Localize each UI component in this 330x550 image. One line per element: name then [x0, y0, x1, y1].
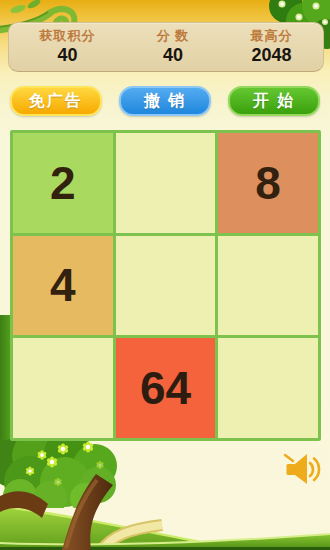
score-best-label: 最高分	[250, 28, 292, 44]
speaker-icon	[282, 450, 322, 488]
score-current-value: 40	[163, 44, 183, 67]
board-cell-r1c2	[218, 236, 318, 336]
start-button[interactable]: 开 始	[228, 86, 320, 116]
score-earned-label: 获取积分	[40, 28, 96, 44]
score-best: 最高分 2048	[250, 28, 292, 67]
hills-decoration	[0, 430, 330, 550]
score-current-label: 分 数	[157, 28, 190, 44]
toolbar: 免广告 撤 销 开 始	[0, 86, 330, 116]
tree-trunk-decoration	[0, 440, 130, 550]
board-cell-r1c1	[116, 236, 216, 336]
game-screen: 获取积分 40 分 数 40 最高分 2048 免广告 撤 销 开 始 2 8 …	[0, 0, 330, 550]
tree-canopy-decoration	[0, 438, 120, 508]
sound-toggle-button[interactable]	[282, 450, 322, 488]
score-earned: 获取积分 40	[40, 28, 96, 67]
score-best-value: 2048	[251, 44, 291, 67]
board-cell-r2c1: 64	[116, 338, 216, 438]
board-cell-r2c0	[13, 338, 113, 438]
undo-button[interactable]: 撤 销	[119, 86, 211, 116]
score-earned-value: 40	[58, 44, 78, 67]
score-panel: 获取积分 40 分 数 40 最高分 2048	[8, 22, 324, 72]
score-current: 分 数 40	[157, 28, 190, 67]
board-cell-r0c0: 2	[13, 133, 113, 233]
board-cell-r0c2: 8	[218, 133, 318, 233]
board-cell-r2c2	[218, 338, 318, 438]
board-cell-r0c1	[116, 133, 216, 233]
game-board[interactable]: 2 8 4 64	[10, 130, 321, 441]
remove-ads-button[interactable]: 免广告	[10, 86, 102, 116]
board-cell-r1c0: 4	[13, 236, 113, 336]
